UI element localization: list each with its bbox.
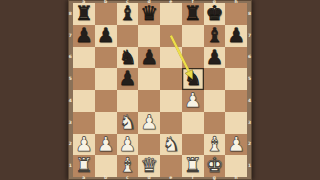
square-e4[interactable] — [160, 90, 182, 112]
square-e3[interactable] — [160, 112, 182, 134]
square-b4[interactable] — [95, 90, 117, 112]
square-e6[interactable] — [160, 47, 182, 69]
coord-file-c-bottom: c — [126, 176, 129, 180]
coord-file-e-top: e — [169, 0, 172, 4]
square-g6[interactable]: ♟ — [204, 47, 226, 69]
square-e2[interactable]: ♞ — [160, 134, 182, 156]
square-f8[interactable]: ♜ — [182, 3, 204, 25]
piece-white-rook[interactable]: ♜ — [184, 155, 202, 177]
piece-white-pawn[interactable]: ♟ — [227, 134, 245, 156]
piece-black-rook[interactable]: ♜ — [75, 3, 93, 25]
coord-file-d-top: d — [148, 0, 151, 4]
square-a4[interactable] — [73, 90, 95, 112]
square-e5[interactable] — [160, 68, 182, 90]
piece-white-bishop[interactable]: ♝ — [205, 134, 223, 156]
coord-file-g-top: g — [213, 0, 216, 4]
coord-rank-6-left: 6 — [69, 55, 72, 60]
app-background: ♜♝♛♜♚♟♟♝♟♞♟♟♟♞♟♞♟♟♟♟♞♝♟♜♝♛♜♚ 88776655443… — [0, 0, 320, 180]
coord-file-g-bottom: g — [213, 176, 216, 180]
square-e7[interactable] — [160, 25, 182, 47]
coord-file-b-top: b — [104, 0, 107, 4]
coord-rank-6-right: 6 — [248, 55, 251, 60]
square-c3[interactable]: ♞ — [117, 112, 139, 134]
square-b3[interactable] — [95, 112, 117, 134]
square-h4[interactable] — [225, 90, 247, 112]
coord-rank-8-right: 8 — [248, 12, 251, 17]
square-f2[interactable] — [182, 134, 204, 156]
square-a6[interactable] — [73, 47, 95, 69]
piece-black-king[interactable]: ♚ — [205, 3, 223, 25]
piece-white-knight[interactable]: ♞ — [162, 134, 180, 156]
square-a2[interactable]: ♟ — [73, 134, 95, 156]
square-f4[interactable]: ♟ — [182, 90, 204, 112]
coord-file-h-top: h — [235, 0, 238, 4]
square-h6[interactable] — [225, 47, 247, 69]
square-g2[interactable]: ♝ — [204, 134, 226, 156]
piece-white-king[interactable]: ♚ — [205, 155, 223, 177]
square-d8[interactable]: ♛ — [138, 3, 160, 25]
piece-black-pawn[interactable]: ♟ — [227, 25, 245, 47]
square-f6[interactable] — [182, 47, 204, 69]
piece-white-rook[interactable]: ♜ — [75, 155, 93, 177]
coord-file-a-top: a — [82, 0, 85, 4]
chess-board: ♜♝♛♜♚♟♟♝♟♞♟♟♟♞♟♞♟♟♟♟♞♝♟♜♝♛♜♚ 88776655443… — [68, 0, 252, 180]
piece-black-rook[interactable]: ♜ — [184, 3, 202, 25]
piece-white-pawn[interactable]: ♟ — [118, 134, 136, 156]
coord-rank-4-left: 4 — [69, 99, 72, 104]
piece-black-knight[interactable]: ♞ — [184, 68, 202, 90]
coord-file-b-bottom: b — [104, 176, 107, 180]
square-c5[interactable]: ♟ — [117, 68, 139, 90]
square-f1[interactable]: ♜ — [182, 155, 204, 177]
square-c1[interactable]: ♝ — [117, 155, 139, 177]
coord-rank-8-left: 8 — [69, 12, 72, 17]
square-a5[interactable] — [73, 68, 95, 90]
square-e1[interactable] — [160, 155, 182, 177]
coord-rank-3-left: 3 — [69, 120, 72, 125]
square-g5[interactable] — [204, 68, 226, 90]
square-g1[interactable]: ♚ — [204, 155, 226, 177]
coord-rank-7-left: 7 — [69, 33, 72, 38]
square-a7[interactable]: ♟ — [73, 25, 95, 47]
square-d1[interactable]: ♛ — [138, 155, 160, 177]
piece-black-bishop[interactable]: ♝ — [118, 3, 136, 25]
coord-rank-3-right: 3 — [248, 120, 251, 125]
square-d6[interactable]: ♟ — [138, 47, 160, 69]
square-h5[interactable] — [225, 68, 247, 90]
piece-black-queen[interactable]: ♛ — [140, 3, 158, 25]
coord-file-c-top: c — [126, 0, 129, 4]
piece-black-pawn[interactable]: ♟ — [140, 47, 158, 69]
square-b2[interactable]: ♟ — [95, 134, 117, 156]
piece-black-bishop[interactable]: ♝ — [205, 25, 223, 47]
square-f5[interactable]: ♞ — [182, 68, 204, 90]
piece-white-bishop[interactable]: ♝ — [118, 155, 136, 177]
square-c7[interactable] — [117, 25, 139, 47]
coord-rank-1-right: 1 — [248, 164, 251, 169]
square-h2[interactable]: ♟ — [225, 134, 247, 156]
square-h3[interactable] — [225, 112, 247, 134]
piece-white-pawn[interactable]: ♟ — [75, 134, 93, 156]
coord-file-d-bottom: d — [148, 176, 151, 180]
square-g4[interactable] — [204, 90, 226, 112]
square-d4[interactable] — [138, 90, 160, 112]
square-d7[interactable] — [138, 25, 160, 47]
square-f7[interactable] — [182, 25, 204, 47]
square-b1[interactable] — [95, 155, 117, 177]
piece-black-knight[interactable]: ♞ — [118, 47, 136, 69]
square-c2[interactable]: ♟ — [117, 134, 139, 156]
square-h8[interactable] — [225, 3, 247, 25]
piece-white-pawn[interactable]: ♟ — [97, 134, 115, 156]
coord-rank-7-right: 7 — [248, 33, 251, 38]
piece-black-pawn[interactable]: ♟ — [97, 25, 115, 47]
square-c4[interactable] — [117, 90, 139, 112]
square-d2[interactable] — [138, 134, 160, 156]
square-g7[interactable]: ♝ — [204, 25, 226, 47]
piece-white-pawn[interactable]: ♟ — [140, 112, 158, 134]
square-b7[interactable]: ♟ — [95, 25, 117, 47]
coord-file-f-bottom: f — [192, 176, 194, 180]
square-a1[interactable]: ♜ — [73, 155, 95, 177]
piece-white-pawn[interactable]: ♟ — [184, 90, 202, 112]
coord-rank-5-left: 5 — [69, 77, 72, 82]
square-g3[interactable] — [204, 112, 226, 134]
square-a3[interactable] — [73, 112, 95, 134]
square-c8[interactable]: ♝ — [117, 3, 139, 25]
coord-file-h-bottom: h — [235, 176, 238, 180]
piece-white-queen[interactable]: ♛ — [140, 155, 158, 177]
square-b8[interactable] — [95, 3, 117, 25]
coord-rank-2-left: 2 — [69, 142, 72, 147]
piece-white-knight[interactable]: ♞ — [118, 112, 136, 134]
square-g8[interactable]: ♚ — [204, 3, 226, 25]
square-e8[interactable] — [160, 3, 182, 25]
square-h1[interactable] — [225, 155, 247, 177]
board-grid: ♜♝♛♜♚♟♟♝♟♞♟♟♟♞♟♞♟♟♟♟♞♝♟♜♝♛♜♚ — [73, 3, 247, 177]
coord-rank-5-right: 5 — [248, 77, 251, 82]
coord-rank-4-right: 4 — [248, 99, 251, 104]
coord-file-f-top: f — [192, 0, 194, 4]
square-b5[interactable] — [95, 68, 117, 90]
square-b6[interactable] — [95, 47, 117, 69]
square-d5[interactable] — [138, 68, 160, 90]
piece-black-pawn[interactable]: ♟ — [118, 68, 136, 90]
square-h7[interactable]: ♟ — [225, 25, 247, 47]
coord-file-e-bottom: e — [169, 176, 172, 180]
piece-black-pawn[interactable]: ♟ — [75, 25, 93, 47]
coord-file-a-bottom: a — [82, 176, 85, 180]
square-a8[interactable]: ♜ — [73, 3, 95, 25]
square-f3[interactable] — [182, 112, 204, 134]
coord-rank-2-right: 2 — [248, 142, 251, 147]
piece-black-pawn[interactable]: ♟ — [205, 47, 223, 69]
square-d3[interactable]: ♟ — [138, 112, 160, 134]
square-c6[interactable]: ♞ — [117, 47, 139, 69]
coord-rank-1-left: 1 — [69, 164, 72, 169]
